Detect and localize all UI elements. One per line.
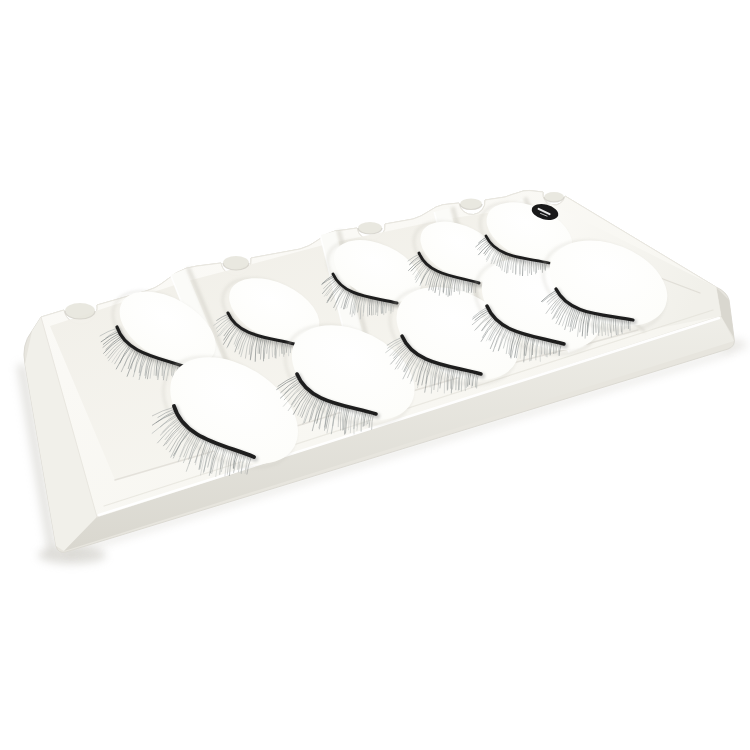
eyelash-tray-photo	[0, 0, 750, 750]
product-photo	[0, 0, 750, 750]
